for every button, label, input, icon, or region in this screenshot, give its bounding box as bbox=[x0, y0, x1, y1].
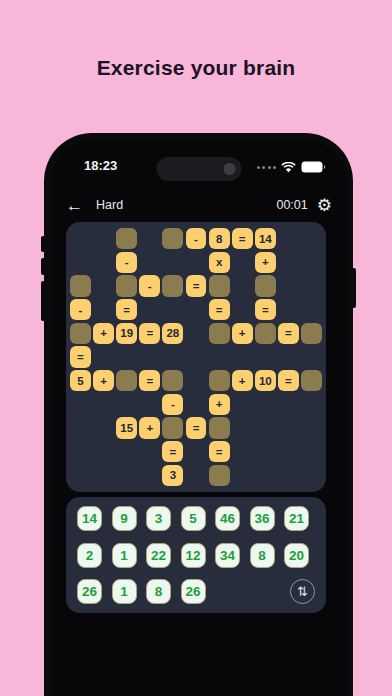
board-empty-slot[interactable] bbox=[209, 275, 230, 296]
board-grid: -8=14-x+-=-===+19=28+==5+=+10=-+15+===3 bbox=[70, 228, 322, 486]
board-tile-+: + bbox=[139, 417, 160, 438]
board-empty-slot[interactable] bbox=[116, 228, 137, 249]
wifi-icon bbox=[281, 162, 296, 173]
tray-tile-46[interactable]: 46 bbox=[215, 506, 240, 531]
tray-tile-8[interactable]: 8 bbox=[146, 579, 171, 604]
tray-row-1: 14935463621 bbox=[77, 506, 315, 531]
tray-row-1-tiles: 14935463621 bbox=[77, 506, 309, 531]
board-tile-8: 8 bbox=[209, 228, 230, 249]
difficulty-label: Hard bbox=[96, 198, 123, 212]
tray-tile-26[interactable]: 26 bbox=[181, 579, 206, 604]
tray-tile-3[interactable]: 3 bbox=[146, 506, 171, 531]
board-tile--: - bbox=[70, 299, 91, 320]
board-tile-=: = bbox=[209, 299, 230, 320]
board-tile--: - bbox=[116, 252, 137, 273]
board-tile-=: = bbox=[186, 275, 207, 296]
board-tile-5: 5 bbox=[70, 370, 91, 391]
board-tile-=: = bbox=[116, 299, 137, 320]
tray-tile-1[interactable]: 1 bbox=[112, 543, 137, 568]
board-tile-14: 14 bbox=[255, 228, 276, 249]
board-tile--: - bbox=[162, 394, 183, 415]
board-empty-slot[interactable] bbox=[301, 370, 322, 391]
board-empty-slot[interactable] bbox=[116, 370, 137, 391]
board-empty-slot[interactable] bbox=[209, 370, 230, 391]
tray-tile-20[interactable]: 20 bbox=[284, 543, 309, 568]
board-tile-+: + bbox=[93, 323, 114, 344]
board-tile-=: = bbox=[139, 323, 160, 344]
timer-label: 00:01 bbox=[276, 198, 307, 212]
settings-gear-icon[interactable]: ⚙ bbox=[317, 197, 332, 214]
page: Exercise your brain 18:23 bbox=[0, 0, 392, 696]
phone-screen: 18:23 ← bbox=[51, 140, 346, 696]
board-tile-+: + bbox=[232, 323, 253, 344]
board-empty-slot[interactable] bbox=[162, 228, 183, 249]
tray-tile-36[interactable]: 36 bbox=[250, 506, 275, 531]
board-tile-10: 10 bbox=[255, 370, 276, 391]
board-empty-slot[interactable] bbox=[255, 275, 276, 296]
back-arrow-icon[interactable]: ← bbox=[66, 197, 83, 214]
board-empty-slot[interactable] bbox=[70, 275, 91, 296]
tray-row-2: 21221234820 bbox=[77, 543, 315, 568]
board-tile-+: + bbox=[232, 370, 253, 391]
board-empty-slot[interactable] bbox=[209, 465, 230, 486]
camera-icon bbox=[223, 163, 235, 175]
nav-bar: ← Hard 00:01 ⚙ bbox=[66, 193, 332, 217]
board-tile-=: = bbox=[209, 441, 230, 462]
board-tile-=: = bbox=[139, 370, 160, 391]
board-empty-slot[interactable] bbox=[301, 323, 322, 344]
board-tile-=: = bbox=[162, 441, 183, 462]
board-empty-slot[interactable] bbox=[70, 323, 91, 344]
status-time: 18:23 bbox=[84, 158, 117, 173]
cellular-signal-icon bbox=[257, 166, 277, 169]
board-tile-=: = bbox=[70, 346, 91, 367]
swap-button[interactable]: ⇅ bbox=[290, 579, 315, 604]
board-tile-=: = bbox=[255, 299, 276, 320]
battery-icon bbox=[301, 161, 326, 173]
board-tile-=: = bbox=[186, 417, 207, 438]
phone-frame: 18:23 ← bbox=[44, 133, 353, 696]
tray-tile-2[interactable]: 2 bbox=[77, 543, 102, 568]
tray-tile-34[interactable]: 34 bbox=[215, 543, 240, 568]
tray-row-2-tiles: 21221234820 bbox=[77, 543, 309, 568]
board-tile-19: 19 bbox=[116, 323, 137, 344]
board-tile--: - bbox=[139, 275, 160, 296]
status-bar: 18:23 bbox=[51, 154, 346, 180]
board-tile-+: + bbox=[209, 394, 230, 415]
tray-tile-12[interactable]: 12 bbox=[181, 543, 206, 568]
board-tile-=: = bbox=[278, 370, 299, 391]
board-tile-15: 15 bbox=[116, 417, 137, 438]
board-empty-slot[interactable] bbox=[209, 323, 230, 344]
board-empty-slot[interactable] bbox=[209, 417, 230, 438]
tray-tile-5[interactable]: 5 bbox=[181, 506, 206, 531]
page-title: Exercise your brain bbox=[0, 56, 392, 80]
tray-tile-8[interactable]: 8 bbox=[250, 543, 275, 568]
swap-arrows-icon: ⇅ bbox=[297, 584, 308, 599]
dynamic-island bbox=[156, 157, 241, 181]
board-tile-+: + bbox=[255, 252, 276, 273]
board-tile-x: x bbox=[209, 252, 230, 273]
tray-tile-26[interactable]: 26 bbox=[77, 579, 102, 604]
tray-tile-1[interactable]: 1 bbox=[112, 579, 137, 604]
number-tray: 14935463621 21221234820 261826 ⇅ bbox=[66, 497, 326, 613]
tray-row-3-tiles: 261826 bbox=[77, 579, 206, 604]
board-tile-=: = bbox=[232, 228, 253, 249]
tray-tile-9[interactable]: 9 bbox=[112, 506, 137, 531]
board-empty-slot[interactable] bbox=[162, 417, 183, 438]
board-empty-slot[interactable] bbox=[162, 275, 183, 296]
board-tile-+: + bbox=[93, 370, 114, 391]
board-empty-slot[interactable] bbox=[255, 323, 276, 344]
board-empty-slot[interactable] bbox=[162, 370, 183, 391]
tray-tile-22[interactable]: 22 bbox=[146, 543, 171, 568]
board-tile-28: 28 bbox=[162, 323, 183, 344]
board-tile--: - bbox=[186, 228, 207, 249]
puzzle-board: -8=14-x+-=-===+19=28+==5+=+10=-+15+===3 bbox=[66, 222, 326, 492]
board-empty-slot[interactable] bbox=[116, 275, 137, 296]
board-tile-3: 3 bbox=[162, 465, 183, 486]
board-tile-=: = bbox=[278, 323, 299, 344]
tray-tile-21[interactable]: 21 bbox=[284, 506, 309, 531]
tray-row-3: 261826 ⇅ bbox=[77, 579, 315, 604]
tray-tile-14[interactable]: 14 bbox=[77, 506, 102, 531]
